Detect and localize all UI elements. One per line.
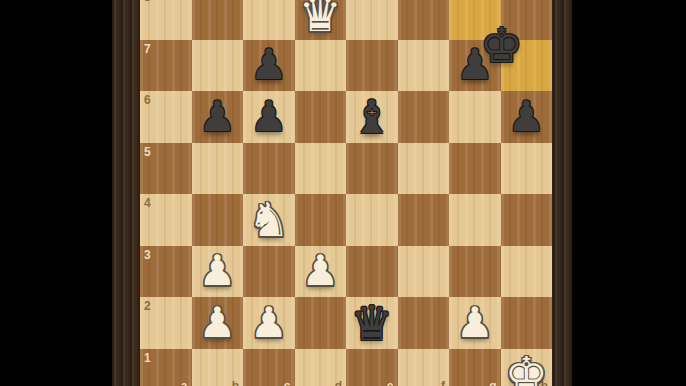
square-e7[interactable] bbox=[346, 40, 398, 92]
board: 87654321abcdefgh♛♟♟♚♟♟♝♟♞♟♟♟♟♛♟♚ bbox=[140, 0, 552, 386]
square-a7[interactable]: 7 bbox=[140, 40, 192, 92]
piece-black-pawn-h6[interactable]: ♟ bbox=[501, 91, 553, 143]
square-b4[interactable] bbox=[192, 194, 244, 246]
square-a6[interactable]: 6 bbox=[140, 91, 192, 143]
rank-label-4: 4 bbox=[144, 196, 151, 210]
square-g6[interactable] bbox=[449, 91, 501, 143]
square-f5[interactable] bbox=[398, 143, 450, 195]
square-b8[interactable] bbox=[192, 0, 244, 40]
square-c8[interactable] bbox=[243, 0, 295, 40]
square-b5[interactable] bbox=[192, 143, 244, 195]
square-a2[interactable]: 2 bbox=[140, 297, 192, 349]
square-e8[interactable] bbox=[346, 0, 398, 40]
square-d2[interactable] bbox=[295, 297, 347, 349]
square-b1[interactable]: b bbox=[192, 349, 244, 386]
square-f6[interactable] bbox=[398, 91, 450, 143]
rank-label-6: 6 bbox=[144, 93, 151, 107]
piece-white-pawn-g2[interactable]: ♟ bbox=[449, 297, 501, 349]
rank-label-7: 7 bbox=[144, 42, 151, 56]
file-label-a: a bbox=[181, 379, 188, 386]
square-a5[interactable]: 5 bbox=[140, 143, 192, 195]
piece-black-pawn-b6[interactable]: ♟ bbox=[192, 91, 244, 143]
piece-black-bishop-e6[interactable]: ♝ bbox=[346, 91, 398, 143]
square-g3[interactable] bbox=[449, 246, 501, 298]
piece-white-pawn-b3[interactable]: ♟ bbox=[192, 246, 244, 298]
square-g5[interactable] bbox=[449, 143, 501, 195]
square-e1[interactable]: e bbox=[346, 349, 398, 386]
piece-white-pawn-c2[interactable]: ♟ bbox=[243, 297, 295, 349]
letterbox-right bbox=[572, 0, 686, 386]
square-h4[interactable] bbox=[501, 194, 553, 246]
rank-label-2: 2 bbox=[144, 299, 151, 313]
square-f4[interactable] bbox=[398, 194, 450, 246]
piece-black-pawn-c7[interactable]: ♟ bbox=[243, 40, 295, 92]
square-f3[interactable] bbox=[398, 246, 450, 298]
piece-black-queen-e2[interactable]: ♛ bbox=[346, 297, 398, 349]
rank-label-1: 1 bbox=[144, 351, 151, 365]
file-label-d: d bbox=[335, 379, 342, 386]
file-label-g: g bbox=[489, 379, 496, 386]
square-f8[interactable] bbox=[398, 0, 450, 40]
square-e5[interactable] bbox=[346, 143, 398, 195]
file-label-c: c bbox=[284, 379, 291, 386]
square-h3[interactable] bbox=[501, 246, 553, 298]
square-f7[interactable] bbox=[398, 40, 450, 92]
video-frame: 87654321abcdefgh♛♟♟♚♟♟♝♟♞♟♟♟♟♛♟♚ bbox=[0, 0, 686, 386]
square-a1[interactable]: 1a bbox=[140, 349, 192, 386]
piece-white-king-h1[interactable]: ♚ bbox=[501, 349, 553, 386]
square-d6[interactable] bbox=[295, 91, 347, 143]
piece-white-knight-c4[interactable]: ♞ bbox=[243, 194, 295, 246]
square-d4[interactable] bbox=[295, 194, 347, 246]
square-h2[interactable] bbox=[501, 297, 553, 349]
square-g1[interactable]: g bbox=[449, 349, 501, 386]
square-a8[interactable]: 8 bbox=[140, 0, 192, 40]
piece-white-pawn-b2[interactable]: ♟ bbox=[192, 297, 244, 349]
piece-white-pawn-d3[interactable]: ♟ bbox=[295, 246, 347, 298]
square-h5[interactable] bbox=[501, 143, 553, 195]
piece-white-queen-d8[interactable]: ♛ bbox=[295, 0, 347, 40]
square-a3[interactable]: 3 bbox=[140, 246, 192, 298]
square-e4[interactable] bbox=[346, 194, 398, 246]
rank-label-3: 3 bbox=[144, 248, 151, 262]
square-e3[interactable] bbox=[346, 246, 398, 298]
file-label-e: e bbox=[387, 379, 394, 386]
rank-label-8: 8 bbox=[144, 0, 151, 4]
square-g4[interactable] bbox=[449, 194, 501, 246]
square-c1[interactable]: c bbox=[243, 349, 295, 386]
square-a4[interactable]: 4 bbox=[140, 194, 192, 246]
square-c3[interactable] bbox=[243, 246, 295, 298]
file-label-b: b bbox=[232, 379, 239, 386]
square-d7[interactable] bbox=[295, 40, 347, 92]
square-f2[interactable] bbox=[398, 297, 450, 349]
file-label-f: f bbox=[441, 379, 445, 386]
square-f1[interactable]: f bbox=[398, 349, 450, 386]
square-b7[interactable] bbox=[192, 40, 244, 92]
piece-black-pawn-c6[interactable]: ♟ bbox=[243, 91, 295, 143]
square-d5[interactable] bbox=[295, 143, 347, 195]
square-c5[interactable] bbox=[243, 143, 295, 195]
square-d1[interactable]: d bbox=[295, 349, 347, 386]
piece-black-king-h7[interactable]: ♚ bbox=[476, 20, 528, 72]
rank-label-5: 5 bbox=[144, 145, 151, 159]
letterbox-left bbox=[0, 0, 112, 386]
